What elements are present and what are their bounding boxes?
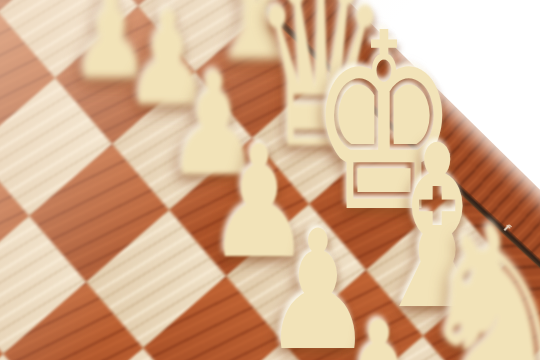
chessboard-photo: ef♝♟♟♛♟♚♟♝♟♞♟: [0, 0, 540, 360]
white-pawn-f2: ♟: [322, 299, 436, 360]
